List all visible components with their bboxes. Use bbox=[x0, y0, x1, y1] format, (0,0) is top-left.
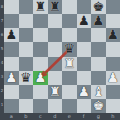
square-a7[interactable] bbox=[4, 14, 19, 28]
square-a2[interactable] bbox=[4, 85, 19, 99]
square-a4[interactable] bbox=[4, 57, 19, 71]
rank-label-1: 1 bbox=[0, 98, 4, 112]
square-b7[interactable] bbox=[19, 14, 34, 28]
square-e7[interactable] bbox=[62, 14, 77, 28]
piece-black-king-g8[interactable]: ♚ bbox=[91, 0, 106, 14]
square-g4[interactable] bbox=[91, 57, 106, 71]
square-f4[interactable] bbox=[77, 57, 92, 71]
rank-label-7: 7 bbox=[0, 14, 4, 28]
rank-label-8: 8 bbox=[0, 0, 4, 14]
square-a5[interactable] bbox=[4, 42, 19, 56]
square-h1[interactable] bbox=[106, 99, 121, 113]
square-f5[interactable] bbox=[77, 42, 92, 56]
piece-white-pawn-a3[interactable]: ♟ bbox=[4, 71, 19, 85]
square-d7[interactable] bbox=[48, 14, 63, 28]
square-e3[interactable] bbox=[62, 71, 77, 85]
piece-black-rook-d8[interactable]: ♜ bbox=[48, 0, 63, 14]
piece-black-pawn-f7[interactable]: ♟ bbox=[77, 14, 92, 28]
square-a6[interactable]: ♟ bbox=[4, 28, 19, 42]
square-d5[interactable] bbox=[48, 42, 63, 56]
file-label-c: c bbox=[33, 112, 48, 120]
rank-label-5: 5 bbox=[0, 42, 4, 56]
rank-label-2: 2 bbox=[0, 84, 4, 98]
square-h8[interactable] bbox=[106, 0, 121, 14]
file-label-f: f bbox=[77, 112, 92, 120]
rank-coordinates: 87654321 bbox=[0, 0, 4, 113]
piece-white-rook-e4[interactable]: ♜ bbox=[62, 57, 77, 71]
square-c6[interactable] bbox=[33, 28, 48, 42]
square-b3[interactable]: ♛ bbox=[19, 71, 34, 85]
square-g6[interactable] bbox=[91, 28, 106, 42]
file-label-e: e bbox=[62, 112, 77, 120]
piece-white-king-g1[interactable]: ♚ bbox=[91, 99, 106, 113]
square-b4[interactable] bbox=[19, 57, 34, 71]
file-coordinates: abcdefgh bbox=[4, 112, 120, 120]
square-c5[interactable] bbox=[33, 42, 48, 56]
file-label-g: g bbox=[91, 112, 106, 120]
square-h5[interactable] bbox=[106, 42, 121, 56]
square-e5[interactable]: ♛ bbox=[62, 42, 77, 56]
square-h2[interactable] bbox=[106, 85, 121, 99]
piece-black-queen-b3[interactable]: ♛ bbox=[19, 71, 34, 85]
chess-board-widget: 87654321 ♜♜♚♟♟♟♟♛♜♟♛♟♟♜♟♝♚ abcdefgh bbox=[0, 0, 120, 120]
chess-board[interactable]: ♜♜♚♟♟♟♟♛♜♟♛♟♟♜♟♝♚ bbox=[4, 0, 120, 113]
square-c2[interactable] bbox=[33, 85, 48, 99]
square-d3[interactable] bbox=[48, 71, 63, 85]
square-f8[interactable] bbox=[77, 0, 92, 14]
piece-white-pawn-h3[interactable]: ♟ bbox=[106, 71, 121, 85]
square-a3[interactable]: ♟ bbox=[4, 71, 19, 85]
square-b2[interactable] bbox=[19, 85, 34, 99]
square-c1[interactable] bbox=[33, 99, 48, 113]
file-label-b: b bbox=[19, 112, 34, 120]
square-e1[interactable] bbox=[62, 99, 77, 113]
square-c7[interactable] bbox=[33, 14, 48, 28]
piece-black-rook-c8[interactable]: ♜ bbox=[33, 0, 48, 14]
square-g1[interactable]: ♚ bbox=[91, 99, 106, 113]
square-h3[interactable]: ♟ bbox=[106, 71, 121, 85]
rank-label-4: 4 bbox=[0, 56, 4, 70]
square-c4[interactable] bbox=[33, 57, 48, 71]
file-label-d: d bbox=[48, 112, 63, 120]
square-f3[interactable] bbox=[77, 71, 92, 85]
square-b5[interactable] bbox=[19, 42, 34, 56]
square-e8[interactable] bbox=[62, 0, 77, 14]
piece-black-pawn-a6[interactable]: ♟ bbox=[4, 28, 19, 42]
square-f2[interactable]: ♟ bbox=[77, 85, 92, 99]
square-g3[interactable] bbox=[91, 71, 106, 85]
square-g7[interactable]: ♟ bbox=[91, 14, 106, 28]
square-f1[interactable] bbox=[77, 99, 92, 113]
piece-black-pawn-h6[interactable]: ♟ bbox=[106, 28, 121, 42]
square-a8[interactable] bbox=[4, 0, 19, 14]
square-b1[interactable] bbox=[19, 99, 34, 113]
piece-white-rook-d2[interactable]: ♜ bbox=[48, 85, 63, 99]
piece-black-pawn-g7[interactable]: ♟ bbox=[91, 14, 106, 28]
piece-white-pawn-c3[interactable]: ♟ bbox=[33, 71, 48, 85]
piece-white-pawn-f2[interactable]: ♟ bbox=[77, 85, 92, 99]
square-g8[interactable]: ♚ bbox=[91, 0, 106, 14]
file-label-h: h bbox=[106, 112, 121, 120]
square-d8[interactable]: ♜ bbox=[48, 0, 63, 14]
piece-black-queen-e5[interactable]: ♛ bbox=[62, 42, 77, 56]
square-a1[interactable] bbox=[4, 99, 19, 113]
square-e4[interactable]: ♜ bbox=[62, 57, 77, 71]
square-c3[interactable]: ♟ bbox=[33, 71, 48, 85]
square-h4[interactable] bbox=[106, 57, 121, 71]
square-e2[interactable] bbox=[62, 85, 77, 99]
square-d6[interactable] bbox=[48, 28, 63, 42]
square-h6[interactable]: ♟ bbox=[106, 28, 121, 42]
square-d4[interactable] bbox=[48, 57, 63, 71]
square-d1[interactable] bbox=[48, 99, 63, 113]
square-b6[interactable] bbox=[19, 28, 34, 42]
square-g5[interactable] bbox=[91, 42, 106, 56]
file-label-a: a bbox=[4, 112, 19, 120]
square-e6[interactable] bbox=[62, 28, 77, 42]
square-b8[interactable] bbox=[19, 0, 34, 14]
square-f7[interactable]: ♟ bbox=[77, 14, 92, 28]
square-h7[interactable] bbox=[106, 14, 121, 28]
square-d2[interactable]: ♜ bbox=[48, 85, 63, 99]
square-f6[interactable] bbox=[77, 28, 92, 42]
square-g2[interactable]: ♝ bbox=[91, 85, 106, 99]
square-c8[interactable]: ♜ bbox=[33, 0, 48, 14]
piece-white-bishop-g2[interactable]: ♝ bbox=[91, 85, 106, 99]
